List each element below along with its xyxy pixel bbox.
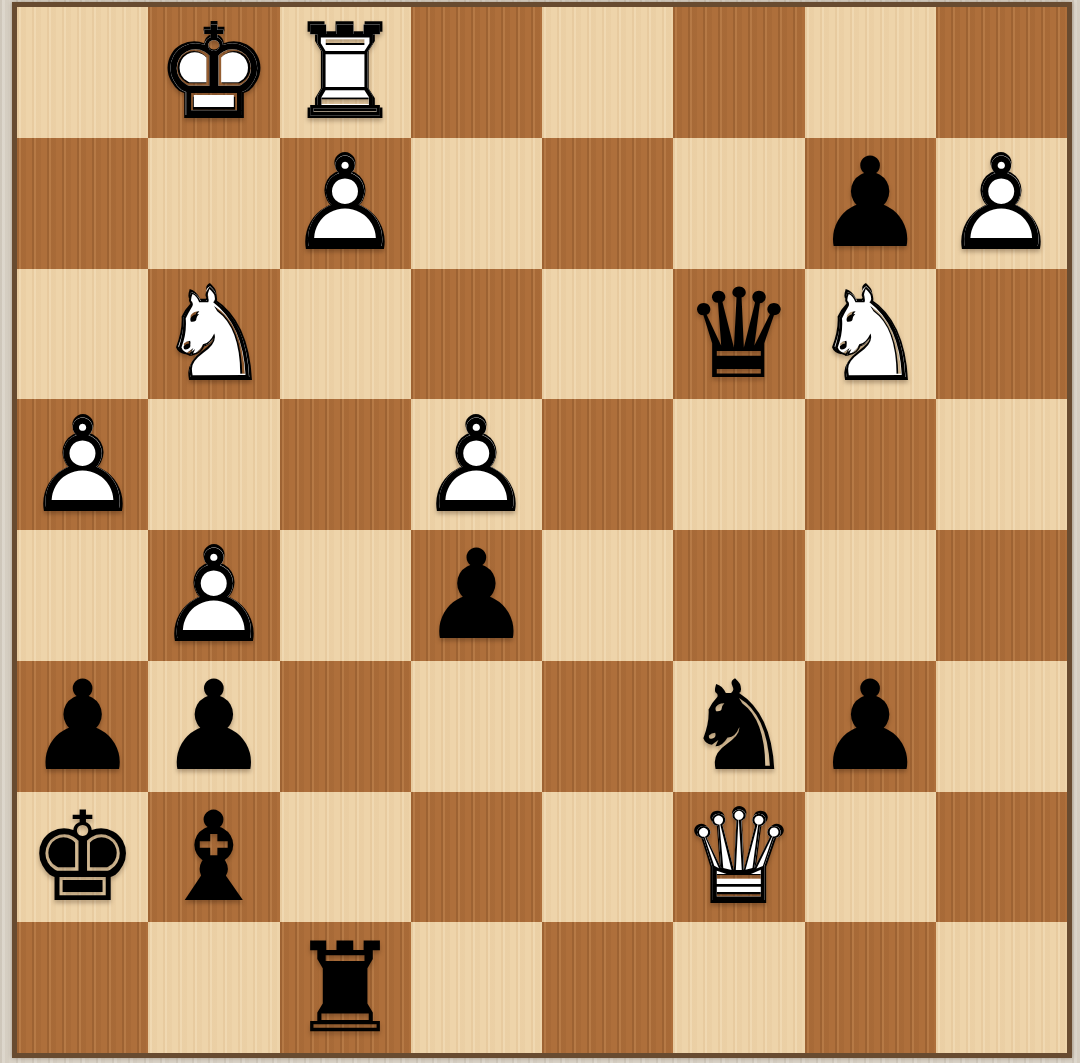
square-c8[interactable]: ♜♜♖	[280, 7, 411, 138]
square-f2[interactable]: ♛♛♕	[673, 792, 804, 923]
square-c3[interactable]	[280, 661, 411, 792]
square-d7[interactable]	[411, 138, 542, 269]
square-c2[interactable]	[280, 792, 411, 923]
piece-black-pawn[interactable]: ♟	[148, 661, 279, 792]
piece-black-knight[interactable]: ♞	[673, 661, 804, 792]
piece-white-queen[interactable]: ♛♛♕	[673, 792, 804, 923]
square-b1[interactable]	[148, 922, 279, 1053]
piece-white-pawn[interactable]: ♟♟♙	[148, 530, 279, 661]
square-e4[interactable]	[542, 530, 673, 661]
chess-board-frame: ♚♚♔♜♜♖♟♟♙♟♟♟♙♞♞♘♛♞♞♘♟♟♙♟♟♙♟♟♙♟♟♟♞♟♚♝♛♛♕♜	[12, 2, 1072, 1058]
square-a4[interactable]	[17, 530, 148, 661]
square-d1[interactable]	[411, 922, 542, 1053]
square-f3[interactable]: ♞	[673, 661, 804, 792]
square-a6[interactable]	[17, 269, 148, 400]
square-h5[interactable]	[936, 399, 1067, 530]
piece-white-king[interactable]: ♚♚♔	[148, 7, 279, 138]
square-g7[interactable]: ♟	[805, 138, 936, 269]
square-c4[interactable]	[280, 530, 411, 661]
square-b6[interactable]: ♞♞♘	[148, 269, 279, 400]
piece-black-pawn[interactable]: ♟	[805, 138, 936, 269]
piece-white-knight[interactable]: ♞♞♘	[148, 269, 279, 400]
square-e1[interactable]	[542, 922, 673, 1053]
piece-white-knight[interactable]: ♞♞♘	[805, 269, 936, 400]
square-b8[interactable]: ♚♚♔	[148, 7, 279, 138]
square-d2[interactable]	[411, 792, 542, 923]
square-d8[interactable]	[411, 7, 542, 138]
square-e3[interactable]	[542, 661, 673, 792]
square-a8[interactable]	[17, 7, 148, 138]
square-a7[interactable]	[17, 138, 148, 269]
square-f8[interactable]	[673, 7, 804, 138]
piece-black-pawn[interactable]: ♟	[805, 661, 936, 792]
square-a1[interactable]	[17, 922, 148, 1053]
square-d6[interactable]	[411, 269, 542, 400]
square-d5[interactable]: ♟♟♙	[411, 399, 542, 530]
piece-white-pawn[interactable]: ♟♟♙	[936, 138, 1067, 269]
square-g5[interactable]	[805, 399, 936, 530]
square-d4[interactable]: ♟	[411, 530, 542, 661]
square-g2[interactable]	[805, 792, 936, 923]
square-g8[interactable]	[805, 7, 936, 138]
square-h1[interactable]	[936, 922, 1067, 1053]
piece-white-pawn[interactable]: ♟♟♙	[17, 399, 148, 530]
square-b7[interactable]	[148, 138, 279, 269]
square-a5[interactable]: ♟♟♙	[17, 399, 148, 530]
piece-black-king[interactable]: ♚	[17, 792, 148, 923]
square-f1[interactable]	[673, 922, 804, 1053]
square-f4[interactable]	[673, 530, 804, 661]
square-f7[interactable]	[673, 138, 804, 269]
square-e2[interactable]	[542, 792, 673, 923]
square-g3[interactable]: ♟	[805, 661, 936, 792]
chess-board: ♚♚♔♜♜♖♟♟♙♟♟♟♙♞♞♘♛♞♞♘♟♟♙♟♟♙♟♟♙♟♟♟♞♟♚♝♛♛♕♜	[17, 7, 1067, 1053]
piece-black-pawn[interactable]: ♟	[17, 661, 148, 792]
square-e7[interactable]	[542, 138, 673, 269]
square-g4[interactable]	[805, 530, 936, 661]
piece-black-queen[interactable]: ♛	[673, 269, 804, 400]
square-g1[interactable]	[805, 922, 936, 1053]
page-background: { "game": "chess", "position": { "fen": …	[0, 0, 1080, 1063]
piece-white-rook[interactable]: ♜♜♖	[280, 7, 411, 138]
square-c7[interactable]: ♟♟♙	[280, 138, 411, 269]
square-d3[interactable]	[411, 661, 542, 792]
square-h8[interactable]	[936, 7, 1067, 138]
square-c1[interactable]: ♜	[280, 922, 411, 1053]
square-e5[interactable]	[542, 399, 673, 530]
square-a3[interactable]: ♟	[17, 661, 148, 792]
square-f6[interactable]: ♛	[673, 269, 804, 400]
square-h3[interactable]	[936, 661, 1067, 792]
square-h2[interactable]	[936, 792, 1067, 923]
square-c6[interactable]	[280, 269, 411, 400]
piece-black-pawn[interactable]: ♟	[411, 530, 542, 661]
square-b2[interactable]: ♝	[148, 792, 279, 923]
square-e8[interactable]	[542, 7, 673, 138]
piece-white-pawn[interactable]: ♟♟♙	[411, 399, 542, 530]
square-a2[interactable]: ♚	[17, 792, 148, 923]
square-h6[interactable]	[936, 269, 1067, 400]
piece-black-rook[interactable]: ♜	[280, 922, 411, 1053]
piece-black-bishop[interactable]: ♝	[148, 792, 279, 923]
square-g6[interactable]: ♞♞♘	[805, 269, 936, 400]
square-f5[interactable]	[673, 399, 804, 530]
square-b5[interactable]	[148, 399, 279, 530]
square-e6[interactable]	[542, 269, 673, 400]
square-b3[interactable]: ♟	[148, 661, 279, 792]
piece-white-pawn[interactable]: ♟♟♙	[280, 138, 411, 269]
square-b4[interactable]: ♟♟♙	[148, 530, 279, 661]
square-h7[interactable]: ♟♟♙	[936, 138, 1067, 269]
square-c5[interactable]	[280, 399, 411, 530]
square-h4[interactable]	[936, 530, 1067, 661]
